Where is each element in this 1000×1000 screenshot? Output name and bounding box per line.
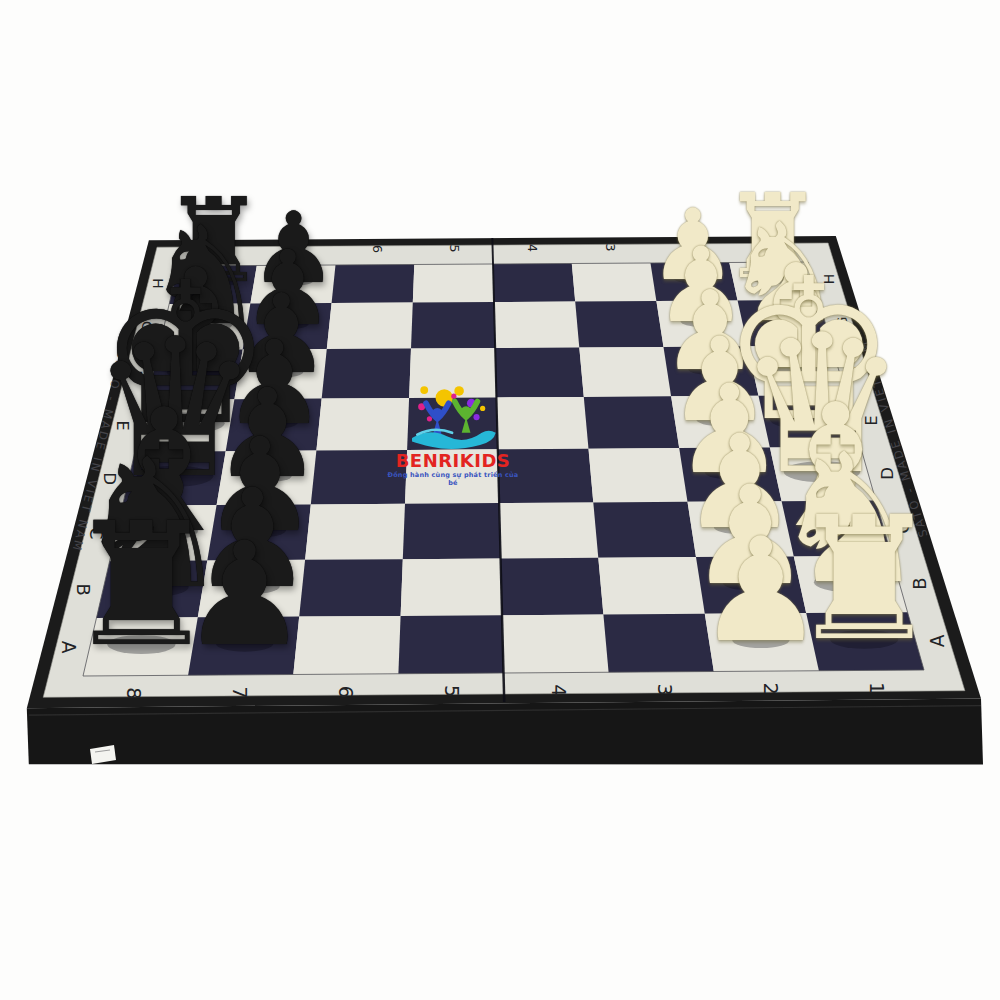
piece-shadow-b8	[117, 577, 189, 597]
piece-shadow-f2	[688, 363, 732, 375]
square-b5	[401, 559, 502, 616]
rank-label-front-4: 4	[547, 684, 570, 696]
rank-label-back-5: 5	[447, 244, 462, 252]
square-e3	[584, 396, 679, 448]
square-b4	[501, 558, 604, 615]
benrikids-logo-icon	[396, 384, 510, 452]
piece-shadow-e8	[146, 412, 224, 434]
square-c5	[403, 503, 501, 559]
piece-shadow-f7	[260, 366, 304, 378]
piece-shadow-h7	[274, 275, 313, 286]
square-h4	[493, 264, 575, 303]
rank-label-back-3: 3	[603, 243, 618, 251]
rank-label-back-7: 7	[292, 245, 307, 253]
square-a3	[603, 614, 713, 673]
rank-label-front-6: 6	[334, 686, 357, 698]
piece-shadow-a8	[107, 635, 175, 654]
piece-shadow-c7	[234, 523, 286, 537]
piece-shadow-c1	[802, 517, 870, 536]
square-f3	[579, 347, 671, 397]
rank-label-back-4: 4	[525, 244, 540, 252]
piece-shadow-h2	[673, 273, 712, 284]
piece-shadow-e2	[696, 413, 742, 426]
file-label-left-e: E	[113, 421, 132, 431]
square-c4	[499, 503, 598, 559]
file-label-right-g: G	[834, 317, 850, 328]
piece-shadow-g8	[178, 317, 232, 332]
rank-label-back-6: 6	[370, 245, 385, 253]
piece-shadow-c2	[714, 520, 766, 534]
square-h3	[572, 263, 657, 302]
file-label-right-a: A	[927, 634, 948, 647]
file-label-left-g: G	[139, 321, 155, 332]
piece-shadow-d8	[137, 466, 214, 487]
file-label-left-b: B	[73, 583, 94, 595]
square-b6	[299, 559, 403, 616]
file-label-left-f: F	[126, 370, 144, 379]
rank-label-back-1: 1	[758, 242, 773, 250]
file-label-left-h: H	[150, 278, 166, 288]
square-h5	[413, 264, 494, 303]
piece-shadow-c8	[130, 522, 198, 541]
file-label-left-d: D	[100, 472, 119, 485]
piece-shadow-g1	[757, 313, 811, 328]
square-c3	[593, 502, 696, 558]
file-label-left-a: A	[58, 641, 79, 654]
square-d3	[589, 448, 688, 502]
piece-shadow-a2	[732, 632, 789, 648]
rank-label-front-5: 5	[440, 685, 463, 697]
piece-shadow-b1	[814, 572, 886, 592]
product-photo: AABBCCDDEEFFGGHH8877665544332211SATO - M…	[0, 0, 1000, 1000]
square-h6	[332, 265, 415, 304]
square-g3	[575, 301, 663, 347]
piece-shadow-b7	[225, 579, 280, 594]
piece-shadow-d1	[784, 461, 861, 482]
brand-name: BENRIKIDS	[387, 452, 519, 471]
piece-shadow-h8	[191, 275, 238, 288]
file-label-right-d: D	[878, 467, 897, 480]
piece-shadow-f8	[167, 364, 225, 380]
piece-shadow-a1	[830, 630, 898, 649]
file-label-right-b: B	[909, 578, 930, 590]
square-g4	[494, 302, 579, 349]
piece-shadow-b2	[723, 575, 778, 590]
rank-label-back-2: 2	[680, 243, 695, 251]
rank-label-front-3: 3	[653, 683, 676, 695]
piece-shadow-d2	[705, 466, 754, 479]
file-label-right-e: E	[862, 416, 881, 426]
square-g5	[411, 302, 495, 348]
square-b3	[598, 557, 705, 614]
file-label-right-c: C	[893, 522, 913, 534]
piece-shadow-a7	[216, 636, 273, 652]
piece-shadow-e7	[251, 416, 297, 429]
benrikids-watermark: BENRIKIDS Đồng hành cùng sự phát triển c…	[387, 384, 519, 487]
square-a5	[398, 615, 503, 674]
square-g6	[327, 303, 413, 350]
rank-label-front-8: 8	[122, 687, 145, 699]
piece-shadow-g2	[680, 315, 721, 326]
square-a6	[293, 616, 400, 675]
rank-label-front-1: 1	[865, 682, 888, 694]
piece-shadow-e1	[770, 408, 848, 430]
piece-shadow-h1	[750, 271, 797, 284]
rank-label-back-8: 8	[214, 246, 229, 254]
square-a4	[502, 614, 609, 673]
box-side	[27, 699, 983, 765]
rank-label-front-7: 7	[228, 686, 251, 698]
file-label-right-f: F	[848, 366, 866, 375]
rank-label-front-2: 2	[759, 683, 782, 695]
chessboard: AABBCCDDEEFFGGHH8877665544332211SATO - M…	[0, 0, 1000, 1000]
brand-tagline: Đồng hành cùng sự phát triển của bé	[387, 472, 519, 488]
square-c6	[305, 504, 405, 560]
file-label-right-h: H	[821, 274, 837, 284]
piece-shadow-g7	[267, 318, 308, 329]
piece-shadow-f1	[767, 360, 825, 376]
piece-shadow-d7	[243, 469, 292, 482]
